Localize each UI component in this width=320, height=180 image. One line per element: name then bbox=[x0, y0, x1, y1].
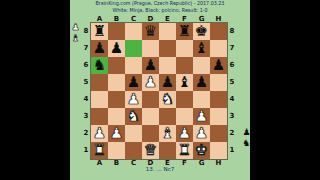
rank-label-6: 6 bbox=[82, 57, 90, 74]
square-h3 bbox=[210, 108, 227, 125]
square-b8 bbox=[108, 23, 125, 40]
square-e1 bbox=[159, 142, 176, 159]
piece-black-pawn: ♟ bbox=[108, 40, 125, 57]
file-label-h: H bbox=[210, 159, 227, 167]
piece-white-pawn: ♟ bbox=[142, 74, 159, 91]
square-f3 bbox=[176, 108, 193, 125]
square-e5: ♟ bbox=[159, 74, 176, 91]
rank-label-4: 4 bbox=[228, 91, 236, 108]
piece-black-pawn: ♟ bbox=[142, 57, 159, 74]
piece-black-knight: ♞ bbox=[91, 57, 108, 74]
square-g4 bbox=[193, 91, 210, 108]
square-f4 bbox=[176, 91, 193, 108]
rank-label-7: 7 bbox=[228, 40, 236, 57]
square-g6 bbox=[193, 57, 210, 74]
square-b6 bbox=[108, 57, 125, 74]
file-label-g: G bbox=[193, 159, 210, 167]
piece-black-pawn: ♟ bbox=[210, 57, 227, 74]
piece-black-pawn: ♟ bbox=[159, 74, 176, 91]
piece-white-knight: ♞ bbox=[125, 108, 142, 125]
square-a7: ♟ bbox=[91, 40, 108, 57]
square-g7: ♝ bbox=[193, 40, 210, 57]
piece-black-bishop: ♝ bbox=[193, 40, 210, 57]
piece-white-pawn: ♟ bbox=[193, 108, 210, 125]
letterbox-right bbox=[250, 0, 320, 180]
chess-board: ♜♛♜♚♟♟♝♞♟♟♟♟♟♝♟♟♞♞♟♟♟♝♟♟♜♛♜♚ bbox=[90, 22, 228, 160]
square-b3 bbox=[108, 108, 125, 125]
square-b7: ♟ bbox=[108, 40, 125, 57]
captured-white-pieces-tray: ♟♝ bbox=[71, 22, 80, 44]
square-a8: ♜ bbox=[91, 23, 108, 40]
thumbnail-stage: BrainKing.com (Prague, Czech Republic) -… bbox=[0, 0, 320, 180]
rank-label-8: 8 bbox=[228, 23, 236, 40]
square-h8 bbox=[210, 23, 227, 40]
rank-label-3: 3 bbox=[82, 108, 90, 125]
rank-label-5: 5 bbox=[228, 74, 236, 91]
square-c1 bbox=[125, 142, 142, 159]
piece-white-queen: ♛ bbox=[142, 142, 159, 159]
square-g1: ♚ bbox=[193, 142, 210, 159]
piece-black-queen: ♛ bbox=[142, 23, 159, 40]
rank-label-4: 4 bbox=[82, 91, 90, 108]
piece-white-pawn: ♟ bbox=[125, 91, 142, 108]
square-h7 bbox=[210, 40, 227, 57]
square-a6: ♞ bbox=[91, 57, 108, 74]
rank-label-5: 5 bbox=[82, 74, 90, 91]
square-c5: ♟ bbox=[125, 74, 142, 91]
letterbox-left bbox=[0, 0, 70, 180]
piece-white-pawn: ♟ bbox=[71, 22, 80, 33]
piece-white-king: ♚ bbox=[193, 142, 210, 159]
rank-label-3: 3 bbox=[228, 108, 236, 125]
square-a5 bbox=[91, 74, 108, 91]
piece-white-pawn: ♟ bbox=[91, 125, 108, 142]
square-b5 bbox=[108, 74, 125, 91]
piece-white-bishop: ♝ bbox=[71, 33, 80, 44]
square-c7 bbox=[125, 40, 142, 57]
square-c4: ♟ bbox=[125, 91, 142, 108]
piece-white-pawn: ♟ bbox=[193, 125, 210, 142]
square-a3 bbox=[91, 108, 108, 125]
rank-label-7: 7 bbox=[82, 40, 90, 57]
piece-black-pawn: ♟ bbox=[91, 40, 108, 57]
piece-black-king: ♚ bbox=[193, 23, 210, 40]
square-d5: ♟ bbox=[142, 74, 159, 91]
rank-labels-right: 87654321 bbox=[228, 23, 236, 159]
square-d2 bbox=[142, 125, 159, 142]
square-e8 bbox=[159, 23, 176, 40]
move-caption: 13. ... Nc7 bbox=[146, 166, 175, 172]
square-g8: ♚ bbox=[193, 23, 210, 40]
square-f5: ♝ bbox=[176, 74, 193, 91]
piece-black-bishop: ♝ bbox=[176, 74, 193, 91]
square-f8: ♜ bbox=[176, 23, 193, 40]
piece-white-pawn: ♟ bbox=[108, 125, 125, 142]
piece-black-rook: ♜ bbox=[91, 23, 108, 40]
square-h2 bbox=[210, 125, 227, 142]
square-h1 bbox=[210, 142, 227, 159]
square-a1: ♜ bbox=[91, 142, 108, 159]
square-f2: ♟ bbox=[176, 125, 193, 142]
square-c8 bbox=[125, 23, 142, 40]
square-b2: ♟ bbox=[108, 125, 125, 142]
square-d1: ♛ bbox=[142, 142, 159, 159]
piece-white-pawn: ♟ bbox=[176, 125, 193, 142]
rank-label-2: 2 bbox=[228, 125, 236, 142]
square-g2: ♟ bbox=[193, 125, 210, 142]
rank-label-2: 2 bbox=[82, 125, 90, 142]
piece-white-bishop: ♝ bbox=[159, 125, 176, 142]
square-e7 bbox=[159, 40, 176, 57]
square-f7 bbox=[176, 40, 193, 57]
square-d7 bbox=[142, 40, 159, 57]
square-a4 bbox=[91, 91, 108, 108]
piece-black-pawn: ♟ bbox=[242, 127, 251, 138]
square-f1: ♜ bbox=[176, 142, 193, 159]
header-players-result: White: Minja, Black: polcino, Result: 1-… bbox=[112, 8, 207, 13]
file-label-f: F bbox=[176, 159, 193, 167]
rank-label-1: 1 bbox=[82, 142, 90, 159]
captured-black-pieces-tray: ♟♞ bbox=[242, 127, 251, 149]
square-f6 bbox=[176, 57, 193, 74]
square-e2: ♝ bbox=[159, 125, 176, 142]
square-e3 bbox=[159, 108, 176, 125]
piece-black-pawn: ♟ bbox=[125, 74, 142, 91]
piece-white-rook: ♜ bbox=[176, 142, 193, 159]
rank-label-6: 6 bbox=[228, 57, 236, 74]
rank-label-8: 8 bbox=[82, 23, 90, 40]
piece-white-rook: ♜ bbox=[91, 142, 108, 159]
square-e6 bbox=[159, 57, 176, 74]
file-label-b: B bbox=[108, 159, 125, 167]
square-e4: ♞ bbox=[159, 91, 176, 108]
square-d4 bbox=[142, 91, 159, 108]
square-d3 bbox=[142, 108, 159, 125]
square-b1 bbox=[108, 142, 125, 159]
game-diagram: BrainKing.com (Prague, Czech Republic) -… bbox=[70, 0, 250, 180]
square-g5: ♟ bbox=[193, 74, 210, 91]
square-b4 bbox=[108, 91, 125, 108]
file-label-c: C bbox=[125, 159, 142, 167]
rank-label-1: 1 bbox=[228, 142, 236, 159]
header-site-date: BrainKing.com (Prague, Czech Republic) -… bbox=[96, 1, 225, 6]
square-c6 bbox=[125, 57, 142, 74]
file-label-a: A bbox=[91, 159, 108, 167]
square-c2 bbox=[125, 125, 142, 142]
piece-black-rook: ♜ bbox=[176, 23, 193, 40]
square-a2: ♟ bbox=[91, 125, 108, 142]
square-h4 bbox=[210, 91, 227, 108]
square-d6: ♟ bbox=[142, 57, 159, 74]
piece-black-knight: ♞ bbox=[242, 138, 251, 149]
square-g3: ♟ bbox=[193, 108, 210, 125]
piece-white-knight: ♞ bbox=[159, 91, 176, 108]
rank-labels-left: 87654321 bbox=[82, 23, 90, 159]
square-h5 bbox=[210, 74, 227, 91]
piece-black-pawn: ♟ bbox=[193, 74, 210, 91]
square-h6: ♟ bbox=[210, 57, 227, 74]
square-d8: ♛ bbox=[142, 23, 159, 40]
square-c3: ♞ bbox=[125, 108, 142, 125]
